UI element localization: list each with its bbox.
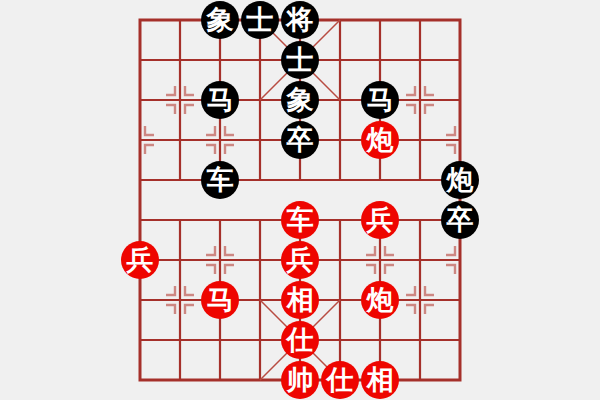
piece-black-pawn-e3[interactable]: 卒 (281, 121, 319, 159)
piece-red-general-e9[interactable]: 帅 (281, 361, 319, 399)
piece-red-chariot-e5[interactable]: 车 (281, 201, 319, 239)
piece-black-general-e0[interactable]: 将 (281, 1, 319, 39)
piece-black-horse-c2[interactable]: 马 (201, 81, 239, 119)
piece-red-pawn-e6[interactable]: 兵 (281, 241, 319, 279)
piece-red-cannon-g3[interactable]: 炮 (361, 121, 399, 159)
piece-black-horse-g2[interactable]: 马 (361, 81, 399, 119)
piece-red-advisor-e8[interactable]: 仕 (281, 321, 319, 359)
piece-black-elephant-c0[interactable]: 象 (201, 1, 239, 39)
piece-red-horse-c7[interactable]: 马 (201, 281, 239, 319)
piece-black-pawn-i5[interactable]: 卒 (441, 201, 479, 239)
piece-red-pawn-a6[interactable]: 兵 (121, 241, 159, 279)
piece-black-advisor-d0[interactable]: 士 (241, 1, 279, 39)
xiangqi-board[interactable]: 象士将士马象马卒炮车炮车兵卒兵兵马相炮仕帅仕相 (120, 0, 480, 400)
piece-red-elephant-e7[interactable]: 相 (281, 281, 319, 319)
piece-red-elephant-g9[interactable]: 相 (361, 361, 399, 399)
piece-black-elephant-e2[interactable]: 象 (281, 81, 319, 119)
piece-red-cannon-g7[interactable]: 炮 (361, 281, 399, 319)
piece-black-cannon-i4[interactable]: 炮 (441, 161, 479, 199)
piece-black-advisor-e1[interactable]: 士 (281, 41, 319, 79)
piece-red-advisor-f9[interactable]: 仕 (321, 361, 359, 399)
xiangqi-app: 象士将士马象马卒炮车炮车兵卒兵兵马相炮仕帅仕相 (0, 0, 600, 400)
piece-red-pawn-g5[interactable]: 兵 (361, 201, 399, 239)
piece-black-chariot-c4[interactable]: 车 (201, 161, 239, 199)
